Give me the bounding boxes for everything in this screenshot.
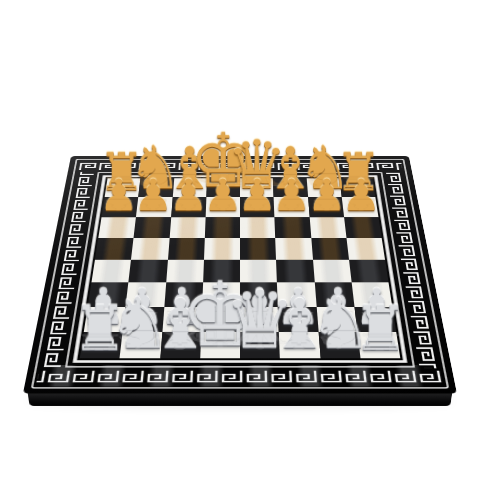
silver-queen-e1[interactable]: ♛ [224,282,295,358]
square-h1[interactable]: ♜ [357,332,400,359]
square-c7[interactable]: ♟ [171,197,206,217]
silver-rook-h1[interactable]: ♜ [352,299,407,358]
gold-pawn-h7[interactable]: ♟ [341,175,380,217]
square-h7[interactable]: ♟ [342,197,379,217]
square-d7[interactable]: ♟ [205,197,240,217]
gold-pawn-f7[interactable]: ♟ [272,175,311,217]
square-f7[interactable]: ♟ [274,197,309,217]
silver-rook-a1[interactable]: ♜ [72,299,127,358]
board-front-edge [28,393,453,406]
square-g7[interactable]: ♟ [308,197,344,217]
square-e7[interactable]: ♟ [240,197,275,217]
square-a1[interactable]: ♜ [80,332,123,359]
gold-pawn-d7[interactable]: ♟ [203,175,242,217]
square-b7[interactable]: ♟ [136,197,172,217]
chess-board: ♜♞♝♚♛♝♞♜♟♟♟♟♟♟♟♟♟♟♟♟♟♟♟♟♜♞♝♚♛♝♞♜ [23,156,457,394]
gold-pawn-c7[interactable]: ♟ [168,175,207,217]
gold-pawn-g7[interactable]: ♟ [307,175,346,217]
product-photo-scene: ♜♞♝♚♛♝♞♜♟♟♟♟♟♟♟♟♟♟♟♟♟♟♟♟♜♞♝♚♛♝♞♜ [0,0,480,480]
gold-pawn-b7[interactable]: ♟ [134,175,173,217]
square-e1[interactable]: ♛ [240,332,280,359]
